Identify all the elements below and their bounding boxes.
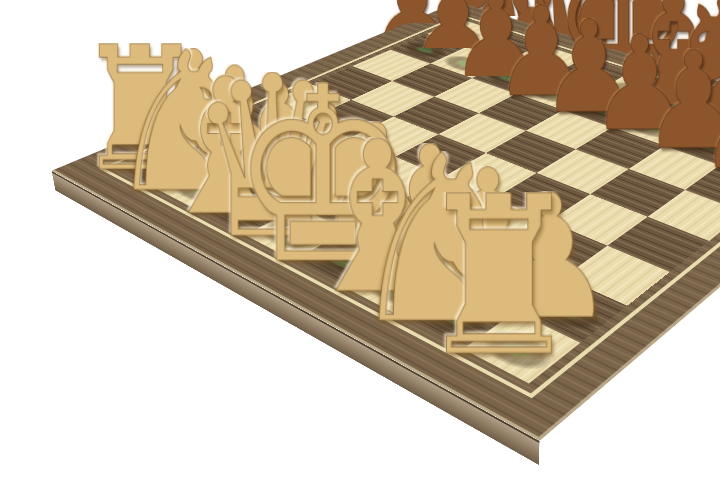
chess-board: ♜♞♝♛♚♝♞♜♟♟♟♟♟♟♟♟♟♟♟♟♟♟♟♟♜♞♝♛♚♝♞♜ [52, 2, 720, 441]
chess-product-photo: ♜♞♝♛♚♝♞♜♟♟♟♟♟♟♟♟♟♟♟♟♟♟♟♟♜♞♝♛♚♝♞♜ [0, 0, 720, 480]
board-scene: ♜♞♝♛♚♝♞♜♟♟♟♟♟♟♟♟♟♟♟♟♟♟♟♟♜♞♝♛♚♝♞♜ [0, 0, 720, 480]
